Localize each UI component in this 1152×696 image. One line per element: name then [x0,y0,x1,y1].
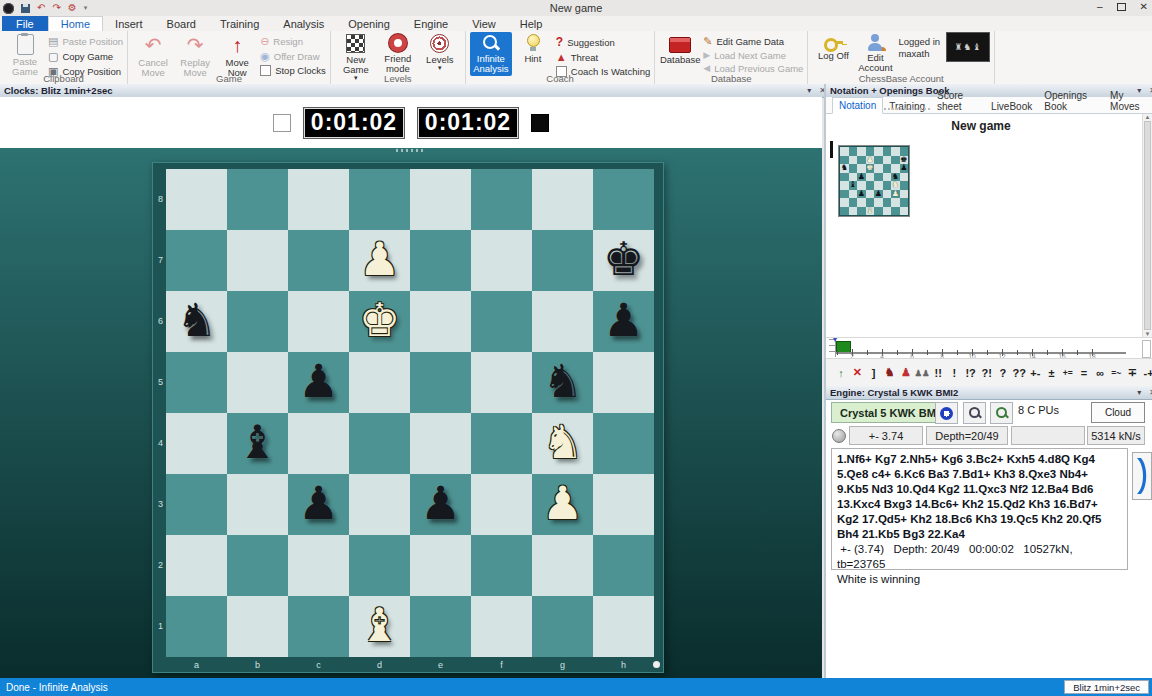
cloud-button[interactable]: Cloud [1091,402,1145,423]
engine-panel-title: Engine: Crystal 5 KWK BMI2 [830,387,958,398]
rank-label-1: 1 [156,621,165,631]
undo-arrow-icon: ↶ [145,34,162,56]
menu-item-home[interactable]: Home [48,16,103,31]
game-heading: New game [826,119,1136,133]
chess-board[interactable]: ♟♚♞♚♟♟♞♝♞♟♟♟♝ [166,169,654,657]
engine-switch-button[interactable] [935,402,958,424]
engine-controls-row1: Crystal 5 KWK BMI2 8 C PUs Cloud [826,402,1152,425]
square-h7[interactable]: ♚ [593,230,654,291]
square-e8[interactable] [410,169,471,230]
ribbon-button-label: Hint [524,54,541,64]
key-icon [824,37,843,49]
ribbon-button-label: Load Next Game [714,50,786,61]
ribbon-button-label: Resign [273,36,303,47]
mini-square [866,190,875,199]
mini-square: ♝ [866,207,875,216]
person-icon [867,34,883,51]
engine-controls-row2: +- 3.74 Depth=20/49 5314 kN/s [826,426,1152,446]
square-a4[interactable] [166,413,227,474]
square-b4[interactable]: ♝ [227,413,288,474]
ribbon-button-threat[interactable]: ▲Threat [556,51,650,64]
engine-collapse-icon[interactable]: ▾ [1137,388,1141,397]
ribbon-button-database[interactable]: Database [659,32,701,76]
chess-piece-black-p: ♟ [593,291,654,352]
notation-scrollbar[interactable]: ▲ ▼ [1142,114,1152,337]
annotation-symbol-button[interactable]: !? [963,367,979,379]
ribbon-group-coach: Infinite AnalysisHint?Suggestion▲ThreatC… [466,31,655,84]
eval-tick [1047,350,1048,355]
tab-score-sheet[interactable]: Score sheet [931,88,985,114]
ribbon-button-infinite-analysis[interactable]: Infinite Analysis [470,32,512,76]
ribbon-group-chessbase-account: Log OffEdit AccountLogged inmaxath♜♞♝Che… [808,31,995,84]
square-c5[interactable]: ♟ [288,352,349,413]
square-d8[interactable] [349,169,410,230]
square-b5[interactable] [227,352,288,413]
square-h4[interactable] [593,413,654,474]
square-g2[interactable] [532,535,593,596]
ribbon-button-label: Edit Game Data [716,36,784,47]
annotation-symbol-button[interactable]: ?! [979,367,995,379]
square-e1[interactable] [410,596,471,657]
black-clock: 0:01:02 [417,107,519,139]
square-d7[interactable]: ♟ [349,230,410,291]
mini-board-wrap[interactable]: ♟♚♞♚♟♟♞♝♞♟♟♟♝ [838,145,910,217]
ribbon-button-label: Friend mode [378,54,418,74]
evaluation-chart: ▾ 24681012141618 [826,337,1152,359]
square-d3[interactable] [349,474,410,535]
up-arrow-icon: ↑ [232,34,242,56]
square-b6[interactable] [227,291,288,352]
square-c2[interactable] [288,535,349,596]
mini-square [857,198,866,207]
mini-square [849,198,858,207]
ribbon-button-label: Paste Position [62,36,123,47]
tab-livebook[interactable]: LiveBook [985,99,1038,114]
mini-square [874,147,883,156]
annotation-symbol-button[interactable]: ?? [1011,367,1027,379]
mini-square [900,181,909,190]
ribbon-group-game: ↶Cancel Move↷Replay Move↑Move Now⊖Resign… [128,31,331,84]
ribbon-group-label: Levels [331,73,465,84]
time-control-badge[interactable]: Blitz 1min+2sec [1064,680,1149,694]
mini-square: ♟ [857,173,866,182]
square-a2[interactable] [166,535,227,596]
square-e3[interactable]: ♟ [410,474,471,535]
board-grid-icon [346,34,365,53]
target-icon [430,34,449,53]
restore-button[interactable] [1117,3,1126,11]
rank-label-7: 7 [156,255,165,265]
menu-item-insert[interactable]: Insert [103,16,155,31]
clocks-panel-title: Clocks: Blitz 1min+2sec [4,85,113,96]
account-logged-in-label: Logged in [898,36,940,48]
ribbon-button-levels[interactable]: Levels▾ [419,32,461,76]
mini-square: ♟ [874,190,883,199]
ribbon-button-edit-account[interactable]: Edit Account [854,32,896,76]
magnifier-minus-icon [995,406,1009,420]
mini-square: ♞ [840,164,849,173]
dropdown-caret-icon: ▾ [438,65,442,71]
engine-output: 1.Nf6+ Kg7 2.Nh5+ Kg6 3.Bc2+ Kxh5 4.d8Q … [831,448,1128,570]
square-e2[interactable] [410,535,471,596]
mini-square [900,173,909,182]
file-label-d: d [349,660,410,670]
mini-piece: ♝ [849,181,858,190]
file-label-a: a [166,660,227,670]
mini-square [883,181,892,190]
mini-piece: ♟ [900,164,909,173]
mini-board: ♟♚♞♚♟♟♞♝♞♟♟♟♝ [840,147,908,215]
square-g5[interactable]: ♞ [532,352,593,413]
ribbon-button-label: Log Off [818,51,849,61]
mini-square [883,164,892,173]
chess-piece-black-b: ♝ [227,413,288,474]
tab-my-moves[interactable]: My Moves [1104,88,1152,114]
rank-label-3: 3 [156,499,165,509]
mini-square [900,190,909,199]
mini-square [840,147,849,156]
engine-depth-box: Depth=20/49 [926,426,1008,445]
square-c4[interactable] [288,413,349,474]
mini-square [883,173,892,182]
mini-square [849,190,858,199]
chess-piece-black-p: ♟ [288,352,349,413]
annotation-symbol-button[interactable]: ! [946,367,962,379]
rank-label-5: 5 [156,377,165,387]
ribbon-button-label: Edit Account [855,53,895,73]
square-g7[interactable] [532,230,593,291]
lifebuoy-icon [389,34,407,52]
resign-icon: ⊖ [260,35,269,48]
ribbon-group-label: Game [128,73,330,84]
engine-circle-icon [940,407,953,420]
mini-square [866,181,875,190]
mini-square [891,207,900,216]
mini-square [900,198,909,207]
annotation-overflow-dots [884,108,930,110]
mini-piece: ♝ [866,207,875,216]
menu-item-analysis[interactable]: Analysis [271,16,336,31]
suggestion-icon: ? [556,35,563,49]
right-panel-column: Notation + Openings Book ▾ ✕ NotationTra… [824,84,1152,678]
annotation-symbol-button[interactable]: ∓ [1124,366,1140,379]
square-d4[interactable] [349,413,410,474]
ribbon-group-database: Database✎Edit Game Data▶Load Next Game◀L… [655,31,808,84]
mini-square: ♝ [849,181,858,190]
mini-square [849,156,858,165]
square-h8[interactable] [593,169,654,230]
mini-square [840,190,849,199]
notation-tabs: NotationTrainingScore sheetLiveBookOpeni… [826,97,1152,114]
chess-piece-black-n: ♞ [532,352,593,413]
chess-piece-black-k: ♚ [593,230,654,291]
mini-piece: ♟ [891,190,900,199]
square-a1[interactable] [166,596,227,657]
menu-item-help[interactable]: Help [508,16,555,31]
square-b3[interactable] [227,474,288,535]
annotation-symbol-button[interactable]: -+ [1141,367,1152,379]
mini-square [857,207,866,216]
mini-square: ♟ [900,164,909,173]
status-text: Done - Infinite Analysis [6,682,108,693]
chess-piece-white-p: ♟ [349,230,410,291]
eval-scrollbar[interactable] [1142,340,1151,358]
mini-square [840,198,849,207]
eval-tick [897,350,898,355]
tab-openings-book[interactable]: Openings Book [1038,88,1104,114]
square-c7[interactable] [288,230,349,291]
ribbon-button-edit-game-data[interactable]: ✎Edit Game Data [703,35,803,48]
annotation-symbol-button[interactable]: ↑ [833,367,849,379]
next-line-button[interactable] [1132,452,1152,500]
rank-label-4: 4 [156,438,165,448]
annotation-toolbar: ↑✕]♞♟♟♟!!!!??!???+-±+==∞=~∓-+ [826,358,1152,386]
ribbon-group-label: Database [655,73,807,84]
mini-piece: ♟ [857,190,866,199]
draw-icon: ◉ [260,50,270,63]
clipboard-icon [17,34,34,55]
square-e7[interactable] [410,230,471,291]
clocks-collapse-icon[interactable]: ▾ [807,86,811,95]
mini-square [840,181,849,190]
rank-label-6: 6 [156,316,165,326]
mini-square [840,207,849,216]
database-icon [669,37,691,53]
scroll-up-icon[interactable]: ▲ [1145,114,1151,120]
chess-piece-white-k: ♚ [349,291,410,352]
square-c6[interactable] [288,291,349,352]
annotation-symbol-button[interactable]: =~ [1108,368,1124,378]
square-c1[interactable] [288,596,349,657]
ribbon-button-paste-game[interactable]: Paste Game [4,32,46,79]
square-h5[interactable] [593,352,654,413]
mini-piece: ♟ [874,190,883,199]
file-label-c: c [288,660,349,670]
annotation-symbol-button[interactable]: ∞ [1092,367,1108,379]
cpu-count-label: 8 C PUs [1018,404,1059,416]
eval-tick [867,350,868,355]
square-b7[interactable] [227,230,288,291]
mini-square [874,198,883,207]
account-username: maxath [898,48,940,60]
rank-label-8: 8 [156,194,165,204]
eval-tick [927,350,928,355]
mini-square [883,207,892,216]
square-e5[interactable] [410,352,471,413]
ribbon-button-label: Copy Game [62,51,113,62]
account-status: Logged inmaxath [898,36,940,60]
square-g3[interactable]: ♟ [532,474,593,535]
clocks-panel-header: Clocks: Blitz 1min+2sec ▾ ✕ [0,84,830,98]
mini-piece: ♚ [866,164,875,173]
menu-bar: FileHomeInsertBoardTrainingAnalysisOpeni… [0,16,1152,31]
chess-board-frame: ♟♚♞♚♟♟♞♝♞♟♟♟♝ 87654321 abcdefgh [152,162,664,673]
engine-speed-box: 5314 kN/s [1087,426,1145,445]
square-b2[interactable] [227,535,288,596]
square-b8[interactable] [227,169,288,230]
annotation-symbol-button[interactable]: ♟♟ [914,368,930,378]
square-a6[interactable]: ♞ [166,291,227,352]
annotation-symbol-button[interactable]: ? [995,367,1011,379]
engine-extra-box [1011,426,1085,445]
white-to-move-indicator [273,114,291,132]
tab-training[interactable]: Training [883,99,931,114]
white-clock: 0:01:02 [303,107,405,139]
menu-item-file[interactable]: File [2,16,48,31]
square-f2[interactable] [471,535,532,596]
file-label-e: e [410,660,471,670]
annotation-symbol-button[interactable]: ♞ [882,366,898,379]
square-g4[interactable]: ♞ [532,413,593,474]
chess-piece-black-p: ♟ [410,474,471,535]
zoom-in-button[interactable] [963,402,986,424]
paste-position-icon: ▤ [48,35,58,48]
square-h3[interactable] [593,474,654,535]
ribbon-group-label: Clipboard [0,73,127,84]
file-label-g: g [532,660,593,670]
square-d2[interactable] [349,535,410,596]
annotation-symbol-button[interactable]: += [1060,368,1076,378]
board-resize-grip[interactable] [653,661,660,668]
ribbon-button-copy-game[interactable]: ▢Copy Game [48,50,123,63]
annotation-symbol-button[interactable]: ] [865,367,881,379]
square-f1[interactable] [471,596,532,657]
mini-square [883,156,892,165]
ribbon-button-label: Infinite Analysis [471,54,511,74]
ribbon-button-label: Offer Draw [274,51,320,62]
mini-square [874,164,883,173]
mini-square [857,147,866,156]
mini-square [849,207,858,216]
mini-square: ♟ [857,190,866,199]
square-a8[interactable] [166,169,227,230]
scroll-thumb[interactable] [1144,121,1151,330]
ribbon-button-suggestion[interactable]: ?Suggestion [556,35,650,49]
eval-tick [987,350,988,355]
annotation-symbol-button[interactable]: !! [930,367,946,379]
square-e6[interactable] [410,291,471,352]
mini-square [849,147,858,156]
tab-notation[interactable]: Notation [832,97,883,114]
engine-panel-header: Engine: Crystal 5 KWK BMI2 ▾ ✕ [826,386,1152,400]
menu-item-training[interactable]: Training [208,16,271,31]
square-e4[interactable] [410,413,471,474]
ribbon-button-hint[interactable]: Hint [512,32,554,76]
square-g8[interactable] [532,169,593,230]
mini-square [874,173,883,182]
ribbon-group-label: Coach [466,73,654,84]
square-g1[interactable] [532,596,593,657]
ribbon-button-label: Threat [571,52,598,63]
mini-square [891,147,900,156]
mini-square [883,190,892,199]
close-button[interactable]: ✕ [1140,1,1148,12]
square-g6[interactable] [532,291,593,352]
mini-square [883,198,892,207]
ribbon-button-paste-position[interactable]: ▤Paste Position [48,35,123,48]
square-c3[interactable]: ♟ [288,474,349,535]
engine-main-line[interactable]: 1.Nf6+ Kg7 2.Nh5+ Kg6 3.Bc2+ Kxh5 4.d8Q … [837,452,1122,542]
next-icon: ▶ [703,50,710,61]
square-f5[interactable] [471,352,532,413]
splitter-handle[interactable] [396,149,426,152]
square-c8[interactable] [288,169,349,230]
square-a3[interactable] [166,474,227,535]
square-f3[interactable] [471,474,532,535]
square-f4[interactable] [471,413,532,474]
ribbon-group-clipboard: Paste Game▤Paste Position▢Copy Game▣Copy… [0,31,128,84]
square-f7[interactable] [471,230,532,291]
square-b1[interactable] [227,596,288,657]
mini-square [840,173,849,182]
square-f8[interactable] [471,169,532,230]
mini-square [891,198,900,207]
mini-square: ♚ [866,164,875,173]
minimize-button[interactable]: – [1097,1,1103,12]
square-a7[interactable] [166,230,227,291]
chevron-right-icon [1136,457,1148,495]
square-f6[interactable] [471,291,532,352]
square-d5[interactable] [349,352,410,413]
chess-piece-white-p: ♟ [532,474,593,535]
account-avatar: ♜♞♝ [946,32,990,62]
ribbon-group-label: ChessBase Account [808,73,994,84]
square-h6[interactable]: ♟ [593,291,654,352]
mini-square [866,173,875,182]
ribbon-button-friend-mode[interactable]: Friend mode [377,32,419,76]
annotation-symbol-button[interactable]: ♟ [898,366,914,379]
mini-square [874,207,883,216]
file-label-f: f [471,660,532,670]
ribbon-button-label: Suggestion [567,37,615,48]
ribbon-group-levels: New Game▾Friend modeLevels▾Levels [331,31,466,84]
ribbon-button-resign[interactable]: ⊖Resign [260,35,326,48]
notation-content: New game ♟♚♞♚♟♟♞♝♞♟♟♟♝ ▲ ▼ [826,114,1152,337]
magnifier-plus-icon [968,406,982,420]
notation-cursor [830,141,833,158]
redo-arrow-icon: ↷ [187,34,204,56]
annotation-symbol-button[interactable]: +- [1027,367,1043,379]
menu-item-opening[interactable]: Opening [336,16,402,31]
rank-label-2: 2 [156,560,165,570]
square-d1[interactable]: ♝ [349,596,410,657]
annotation-symbol-button[interactable]: ✕ [849,366,865,379]
ribbon-button-log-off[interactable]: Log Off [812,32,854,76]
annotation-symbol-button[interactable]: ± [1043,367,1059,379]
zoom-out-button[interactable] [990,402,1013,424]
square-d6[interactable]: ♚ [349,291,410,352]
menu-item-engine[interactable]: Engine [402,16,460,31]
threat-icon: ▲ [556,51,567,64]
ribbon-button-load-next-game[interactable]: ▶Load Next Game [703,50,803,61]
file-label-h: h [593,660,654,670]
square-a5[interactable] [166,352,227,413]
engine-eval-box: +- 3.74 [849,426,923,445]
eval-tick [957,350,958,355]
ribbon-button-offer-draw[interactable]: ◉Offer Draw [260,50,326,63]
ribbon-button-label: New Game [336,55,376,75]
annotation-symbol-button[interactable]: = [1076,367,1092,379]
status-bar: Done - Infinite Analysis Blitz 1min+2sec [0,678,1152,696]
eval-tick [837,350,838,355]
menu-item-board[interactable]: Board [155,16,208,31]
square-h1[interactable] [593,596,654,657]
eval-tick [1077,350,1078,355]
menu-item-view[interactable]: View [460,16,508,31]
title-bar: ↶ ↷ ⚙ ▾ New game – ✕ [0,0,1152,16]
chess-piece-white-n: ♞ [532,413,593,474]
square-h2[interactable] [593,535,654,596]
